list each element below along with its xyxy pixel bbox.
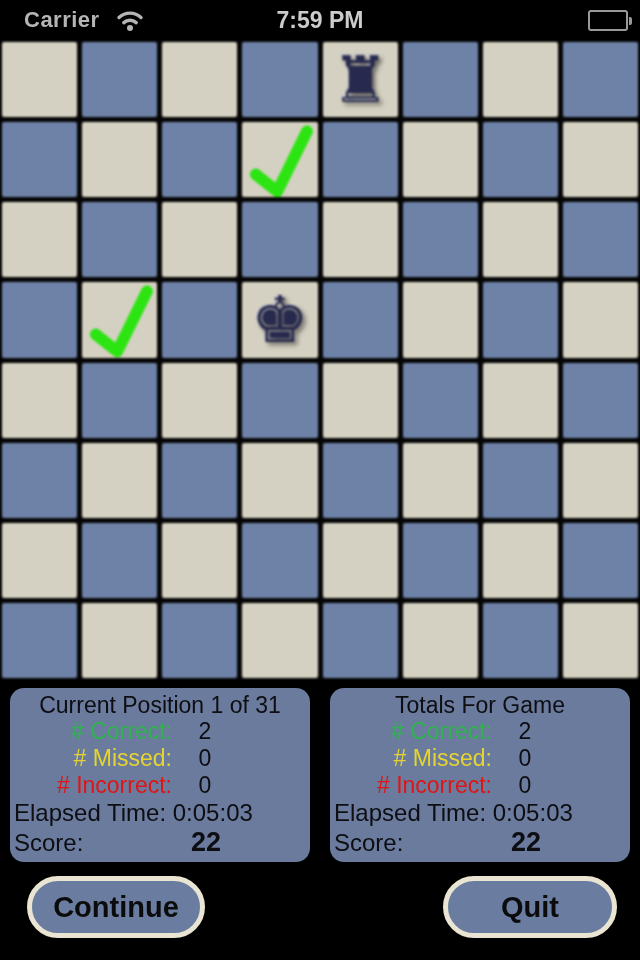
quit-button[interactable]: Quit: [443, 876, 617, 938]
square-h2[interactable]: [563, 523, 638, 598]
square-f1[interactable]: [403, 603, 478, 678]
square-b3[interactable]: [82, 443, 157, 518]
square-f6[interactable]: [403, 202, 478, 277]
correct-checkmark-icon: [244, 122, 316, 202]
correct-label: # Correct:: [10, 718, 172, 745]
square-a4[interactable]: [2, 363, 77, 438]
square-e8[interactable]: ♜: [323, 42, 398, 117]
black-rook[interactable]: ♜: [331, 48, 388, 112]
score-row: Score: 22: [10, 827, 310, 858]
correct-value: 2: [172, 718, 238, 745]
incorrect-label: # Incorrect:: [330, 772, 492, 799]
square-e4[interactable]: [323, 363, 398, 438]
square-c1[interactable]: [162, 603, 237, 678]
square-b2[interactable]: [82, 523, 157, 598]
square-c8[interactable]: [162, 42, 237, 117]
elapsed-label: Elapsed Time:: [14, 799, 166, 826]
missed-value: 0: [492, 745, 558, 772]
square-b4[interactable]: [82, 363, 157, 438]
square-g7[interactable]: [483, 122, 558, 197]
action-buttons: Continue Quit: [0, 862, 640, 938]
square-a5[interactable]: [2, 282, 77, 357]
square-c6[interactable]: [162, 202, 237, 277]
correct-label: # Correct:: [330, 718, 492, 745]
square-c4[interactable]: [162, 363, 237, 438]
square-d8[interactable]: [242, 42, 317, 117]
missed-value: 0: [172, 745, 238, 772]
black-king[interactable]: ♚: [251, 288, 308, 352]
square-c2[interactable]: [162, 523, 237, 598]
missed-label: # Missed:: [10, 745, 172, 772]
score-panels: Current Position 1 of 31 # Correct: 2 # …: [0, 680, 640, 862]
square-b6[interactable]: [82, 202, 157, 277]
square-d6[interactable]: [242, 202, 317, 277]
incorrect-label: # Incorrect:: [10, 772, 172, 799]
square-g4[interactable]: [483, 363, 558, 438]
square-e7[interactable]: [323, 122, 398, 197]
square-a3[interactable]: [2, 443, 77, 518]
app-screen: Carrier 7:59 PM ♜♚ Current Position 1 of…: [0, 0, 640, 960]
incorrect-row: # Incorrect: 0: [330, 772, 630, 799]
battery-icon: [588, 10, 632, 31]
missed-row: # Missed: 0: [10, 745, 310, 772]
square-e5[interactable]: [323, 282, 398, 357]
square-b1[interactable]: [82, 603, 157, 678]
square-d2[interactable]: [242, 523, 317, 598]
square-h3[interactable]: [563, 443, 638, 518]
totals-panel: Totals For Game # Correct: 2 # Missed: 0…: [330, 688, 630, 862]
status-bar: Carrier 7:59 PM: [0, 0, 640, 40]
square-f2[interactable]: [403, 523, 478, 598]
missed-label: # Missed:: [330, 745, 492, 772]
square-g8[interactable]: [483, 42, 558, 117]
incorrect-value: 0: [172, 772, 238, 799]
square-a6[interactable]: [2, 202, 77, 277]
square-e3[interactable]: [323, 443, 398, 518]
square-h1[interactable]: [563, 603, 638, 678]
square-g1[interactable]: [483, 603, 558, 678]
chess-board[interactable]: ♜♚: [0, 40, 640, 680]
continue-button[interactable]: Continue: [27, 876, 205, 938]
square-h6[interactable]: [563, 202, 638, 277]
panel-title: Totals For Game: [330, 692, 630, 718]
square-b8[interactable]: [82, 42, 157, 117]
missed-row: # Missed: 0: [330, 745, 630, 772]
square-b5[interactable]: [82, 282, 157, 357]
correct-value: 2: [492, 718, 558, 745]
square-d3[interactable]: [242, 443, 317, 518]
status-clock: 7:59 PM: [0, 7, 640, 34]
square-e6[interactable]: [323, 202, 398, 277]
square-c5[interactable]: [162, 282, 237, 357]
elapsed-time-row: Elapsed Time: 0:05:03: [10, 799, 310, 827]
square-h5[interactable]: [563, 282, 638, 357]
square-g6[interactable]: [483, 202, 558, 277]
square-f7[interactable]: [403, 122, 478, 197]
square-g5[interactable]: [483, 282, 558, 357]
square-a1[interactable]: [2, 603, 77, 678]
square-g3[interactable]: [483, 443, 558, 518]
square-b7[interactable]: [82, 122, 157, 197]
square-d5[interactable]: ♚: [242, 282, 317, 357]
elapsed-time-row: Elapsed Time: 0:05:03: [330, 799, 630, 827]
elapsed-label: Elapsed Time:: [334, 799, 486, 826]
square-e2[interactable]: [323, 523, 398, 598]
incorrect-row: # Incorrect: 0: [10, 772, 310, 799]
square-f8[interactable]: [403, 42, 478, 117]
square-g2[interactable]: [483, 523, 558, 598]
correct-row: # Correct: 2: [10, 718, 310, 745]
correct-row: # Correct: 2: [330, 718, 630, 745]
square-f5[interactable]: [403, 282, 478, 357]
elapsed-value: 0:05:03: [173, 799, 253, 826]
square-c3[interactable]: [162, 443, 237, 518]
square-f3[interactable]: [403, 443, 478, 518]
correct-checkmark-icon: [84, 282, 156, 362]
score-value: 22: [448, 827, 604, 857]
panel-title: Current Position 1 of 31: [10, 692, 310, 718]
square-h4[interactable]: [563, 363, 638, 438]
score-label: Score:: [330, 828, 448, 858]
square-d7[interactable]: [242, 122, 317, 197]
square-d4[interactable]: [242, 363, 317, 438]
elapsed-value: 0:05:03: [493, 799, 573, 826]
square-e1[interactable]: [323, 603, 398, 678]
square-a7[interactable]: [2, 122, 77, 197]
current-position-panel: Current Position 1 of 31 # Correct: 2 # …: [10, 688, 310, 862]
score-label: Score:: [10, 828, 128, 858]
square-h8[interactable]: [563, 42, 638, 117]
square-a2[interactable]: [2, 523, 77, 598]
score-value: 22: [128, 827, 284, 857]
square-c7[interactable]: [162, 122, 237, 197]
score-row: Score: 22: [330, 827, 630, 858]
square-h7[interactable]: [563, 122, 638, 197]
incorrect-value: 0: [492, 772, 558, 799]
square-a8[interactable]: [2, 42, 77, 117]
square-d1[interactable]: [242, 603, 317, 678]
square-f4[interactable]: [403, 363, 478, 438]
